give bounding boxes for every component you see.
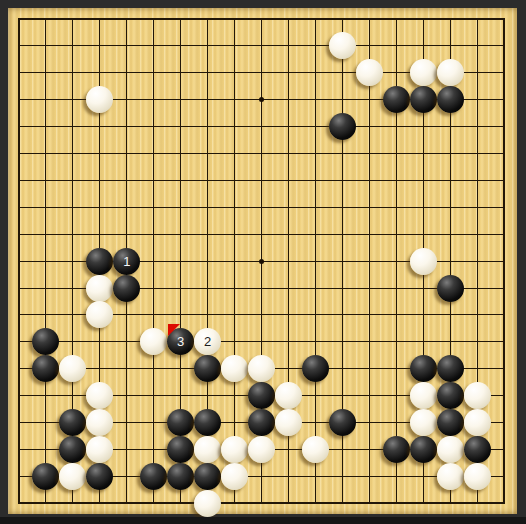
grid-line-horizontal — [18, 341, 505, 342]
white-stone[interactable] — [248, 436, 275, 463]
star-point — [259, 259, 264, 264]
white-stone[interactable] — [194, 490, 221, 517]
grid-line-vertical — [369, 18, 370, 504]
white-stone[interactable] — [86, 86, 113, 113]
grid-line-vertical — [503, 18, 505, 504]
white-stone[interactable] — [464, 382, 491, 409]
white-stone[interactable] — [221, 436, 248, 463]
black-stone[interactable] — [167, 463, 194, 490]
black-stone[interactable] — [194, 355, 221, 382]
white-stone[interactable] — [140, 328, 167, 355]
black-stone[interactable] — [329, 113, 356, 140]
black-stone[interactable] — [167, 436, 194, 463]
black-stone[interactable] — [32, 355, 59, 382]
black-stone[interactable] — [59, 436, 86, 463]
last-move-marker — [168, 324, 180, 336]
black-stone[interactable] — [32, 328, 59, 355]
black-stone[interactable] — [464, 436, 491, 463]
white-stone[interactable] — [437, 59, 464, 86]
black-stone[interactable] — [410, 355, 437, 382]
black-stone[interactable] — [86, 248, 113, 275]
black-stone[interactable] — [302, 355, 329, 382]
black-stone[interactable] — [437, 382, 464, 409]
black-stone[interactable] — [383, 436, 410, 463]
black-stone[interactable] — [194, 463, 221, 490]
grid-line-vertical — [315, 18, 316, 504]
white-stone[interactable] — [437, 463, 464, 490]
black-stone[interactable] — [140, 463, 167, 490]
white-stone[interactable] — [275, 409, 302, 436]
white-stone[interactable] — [194, 436, 221, 463]
star-point — [259, 97, 264, 102]
white-stone[interactable] — [221, 463, 248, 490]
black-stone[interactable] — [248, 382, 275, 409]
white-stone[interactable] — [464, 409, 491, 436]
white-stone[interactable] — [86, 436, 113, 463]
white-stone[interactable] — [302, 436, 329, 463]
black-stone[interactable] — [437, 86, 464, 113]
white-stone[interactable] — [356, 59, 383, 86]
white-stone[interactable] — [86, 382, 113, 409]
white-stone[interactable] — [410, 382, 437, 409]
grid-line-horizontal — [18, 502, 505, 504]
black-stone[interactable]: 1 — [113, 248, 140, 275]
black-stone[interactable] — [437, 355, 464, 382]
black-stone[interactable] — [32, 463, 59, 490]
white-stone[interactable] — [464, 463, 491, 490]
black-stone[interactable] — [248, 409, 275, 436]
white-stone[interactable] — [59, 463, 86, 490]
black-stone[interactable] — [437, 275, 464, 302]
black-stone[interactable] — [329, 409, 356, 436]
black-stone[interactable] — [383, 86, 410, 113]
white-stone[interactable] — [86, 301, 113, 328]
white-stone[interactable] — [275, 382, 302, 409]
white-stone[interactable] — [248, 355, 275, 382]
black-stone[interactable] — [194, 409, 221, 436]
app-frame: 132 — [0, 0, 526, 524]
move-number-label: 1 — [123, 255, 130, 268]
white-stone[interactable]: 2 — [194, 328, 221, 355]
white-stone[interactable] — [221, 355, 248, 382]
white-stone[interactable] — [329, 32, 356, 59]
white-stone[interactable] — [410, 59, 437, 86]
move-number-label: 2 — [204, 335, 211, 348]
move-number-label: 3 — [177, 335, 184, 348]
white-stone[interactable] — [59, 355, 86, 382]
black-stone[interactable] — [86, 463, 113, 490]
black-stone[interactable] — [167, 409, 194, 436]
black-stone[interactable] — [113, 275, 140, 302]
black-stone[interactable]: 3 — [167, 328, 194, 355]
black-stone[interactable] — [410, 86, 437, 113]
go-board[interactable]: 132 — [8, 8, 517, 514]
black-stone[interactable] — [410, 436, 437, 463]
black-stone[interactable] — [59, 409, 86, 436]
white-stone[interactable] — [410, 248, 437, 275]
white-stone[interactable] — [437, 436, 464, 463]
white-stone[interactable] — [410, 409, 437, 436]
white-stone[interactable] — [86, 275, 113, 302]
black-stone[interactable] — [437, 409, 464, 436]
white-stone[interactable] — [86, 409, 113, 436]
